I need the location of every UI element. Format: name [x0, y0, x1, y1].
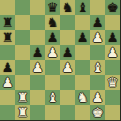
square-g3[interactable]	[90, 75, 105, 90]
square-a6[interactable]: ♜	[0, 30, 15, 45]
square-f4[interactable]	[75, 60, 90, 75]
square-c1[interactable]	[30, 105, 45, 120]
piece-black-knight: ♞	[60, 0, 75, 15]
square-d3[interactable]	[45, 75, 60, 90]
square-g8[interactable]	[90, 0, 105, 15]
piece-white-pawn: ♟	[30, 60, 45, 75]
piece-white-pawn: ♟	[90, 90, 105, 105]
square-h5[interactable]: ♟	[105, 45, 120, 60]
square-a8[interactable]	[0, 0, 15, 15]
square-a3[interactable]: ♟	[0, 75, 15, 90]
square-c4[interactable]: ♟	[30, 60, 45, 75]
square-h2[interactable]	[105, 90, 120, 105]
square-b7[interactable]	[15, 15, 30, 30]
square-e7[interactable]	[60, 15, 75, 30]
square-d6[interactable]: ♟	[45, 30, 60, 45]
piece-black-knight: ♞	[45, 15, 60, 30]
piece-white-queen: ♛	[105, 75, 120, 90]
piece-white-rook: ♜	[15, 105, 30, 120]
square-b8[interactable]	[15, 0, 30, 15]
piece-black-pawn: ♟	[90, 15, 105, 30]
square-a1[interactable]	[0, 105, 15, 120]
piece-black-pawn: ♟	[75, 30, 90, 45]
square-b4[interactable]	[15, 60, 30, 75]
square-h8[interactable]: ♚	[105, 0, 120, 15]
square-d8[interactable]: ♛	[45, 0, 60, 15]
square-f8[interactable]: ♝	[75, 0, 90, 15]
piece-white-pawn: ♟	[0, 75, 15, 90]
square-e1[interactable]	[60, 105, 75, 120]
square-d4[interactable]	[45, 60, 60, 75]
piece-black-pawn: ♟	[0, 60, 15, 75]
square-g6[interactable]: ♟	[90, 30, 105, 45]
square-a4[interactable]: ♟	[0, 60, 15, 75]
square-b2[interactable]: ♜	[15, 90, 30, 105]
piece-black-rook: ♜	[0, 30, 15, 45]
square-g2[interactable]: ♟	[90, 90, 105, 105]
piece-white-pawn: ♟	[90, 30, 105, 45]
square-h3[interactable]: ♛	[105, 75, 120, 90]
square-c7[interactable]	[30, 15, 45, 30]
piece-black-pawn: ♟	[30, 45, 45, 60]
square-d5[interactable]: ♟	[45, 45, 60, 60]
square-h4[interactable]	[105, 60, 120, 75]
chess-board: ♛♞♝♚♜♞♟♜♟♟♟♟♟♟♟♟♟♟♟♝♟♛♜♝♞♟♜♚	[0, 0, 120, 120]
square-f5[interactable]	[75, 45, 90, 60]
piece-white-pawn: ♟	[105, 45, 120, 60]
square-c6[interactable]	[30, 30, 45, 45]
square-a7[interactable]: ♜	[0, 15, 15, 30]
piece-black-pawn: ♟	[45, 30, 60, 45]
square-h6[interactable]: ♟	[105, 30, 120, 45]
piece-white-pawn: ♟	[45, 45, 60, 60]
square-f7[interactable]	[75, 15, 90, 30]
square-g1[interactable]: ♚	[90, 105, 105, 120]
chess-board-container: ♛♞♝♚♜♞♟♜♟♟♟♟♟♟♟♟♟♟♟♝♟♛♜♝♞♟♜♚	[0, 0, 121, 121]
square-a5[interactable]	[0, 45, 15, 60]
piece-white-bishop: ♝	[90, 60, 105, 75]
square-e8[interactable]: ♞	[60, 0, 75, 15]
square-h7[interactable]	[105, 15, 120, 30]
piece-black-queen: ♛	[45, 0, 60, 15]
piece-black-king: ♚	[105, 0, 120, 15]
square-f1[interactable]	[75, 105, 90, 120]
square-d2[interactable]: ♝	[45, 90, 60, 105]
square-b1[interactable]: ♜	[15, 105, 30, 120]
square-b6[interactable]	[15, 30, 30, 45]
piece-white-knight: ♞	[75, 90, 90, 105]
square-c2[interactable]	[30, 90, 45, 105]
piece-black-rook: ♜	[0, 15, 15, 30]
square-g5[interactable]	[90, 45, 105, 60]
square-c3[interactable]	[30, 75, 45, 90]
square-c5[interactable]: ♟	[30, 45, 45, 60]
square-e3[interactable]	[60, 75, 75, 90]
square-e4[interactable]: ♟	[60, 60, 75, 75]
square-b3[interactable]	[15, 75, 30, 90]
square-e2[interactable]	[60, 90, 75, 105]
square-g7[interactable]: ♟	[90, 15, 105, 30]
square-c8[interactable]	[30, 0, 45, 15]
square-f6[interactable]: ♟	[75, 30, 90, 45]
piece-white-bishop: ♝	[45, 90, 60, 105]
square-h1[interactable]	[105, 105, 120, 120]
piece-black-bishop: ♝	[75, 0, 90, 15]
square-e6[interactable]	[60, 30, 75, 45]
piece-black-pawn: ♟	[105, 30, 120, 45]
square-f3[interactable]	[75, 75, 90, 90]
piece-black-pawn: ♟	[60, 45, 75, 60]
square-e5[interactable]: ♟	[60, 45, 75, 60]
square-f2[interactable]: ♞	[75, 90, 90, 105]
piece-white-pawn: ♟	[60, 60, 75, 75]
piece-white-king: ♚	[90, 105, 105, 120]
square-g4[interactable]: ♝	[90, 60, 105, 75]
square-b5[interactable]	[15, 45, 30, 60]
square-d1[interactable]	[45, 105, 60, 120]
square-a2[interactable]	[0, 90, 15, 105]
square-d7[interactable]: ♞	[45, 15, 60, 30]
piece-white-rook: ♜	[15, 90, 30, 105]
